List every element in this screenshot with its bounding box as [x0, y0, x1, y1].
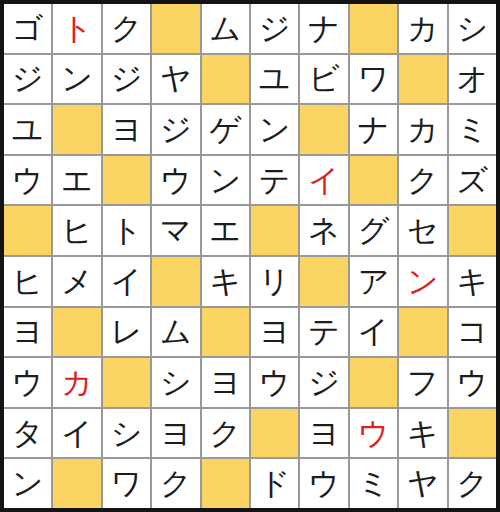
cell-r9c4[interactable]: ヨ	[152, 409, 199, 458]
cell-r9c5[interactable]: ク	[202, 409, 249, 458]
cell-r2c3[interactable]: ジ	[103, 55, 150, 104]
cell-r8c4[interactable]: シ	[152, 358, 199, 407]
cell-r4c1[interactable]: ウ	[4, 156, 51, 205]
cell-r4c7[interactable]: イ	[300, 156, 347, 205]
highlight-cell-r8c8[interactable]	[350, 358, 397, 407]
cell-r9c2[interactable]: イ	[53, 409, 100, 458]
cell-r3c6[interactable]: ン	[251, 105, 298, 154]
cell-r6c5[interactable]: キ	[202, 257, 249, 306]
cell-r1c9[interactable]: カ	[399, 4, 446, 53]
highlight-cell-r4c3[interactable]	[103, 156, 150, 205]
highlight-cell-r10c2[interactable]	[53, 459, 100, 508]
highlight-cell-r6c4[interactable]	[152, 257, 199, 306]
cell-r10c6[interactable]: ド	[251, 459, 298, 508]
cell-r4c9[interactable]: ク	[399, 156, 446, 205]
cell-r6c10[interactable]: キ	[449, 257, 496, 306]
cell-r6c1[interactable]: ヒ	[4, 257, 51, 306]
cell-r10c9[interactable]: ヤ	[399, 459, 446, 508]
cell-r8c2[interactable]: カ	[53, 358, 100, 407]
highlight-cell-r1c8[interactable]	[350, 4, 397, 53]
cell-r9c7[interactable]: ヨ	[300, 409, 347, 458]
crossword-board: ゴトクムジナカシジンジヤユビワオユヨジゲンナカミウエウンテイクズヒトマエネグセヒ…	[0, 0, 500, 512]
cell-r1c2[interactable]: ト	[53, 4, 100, 53]
highlight-cell-r8c3[interactable]	[103, 358, 150, 407]
cell-r10c8[interactable]: ミ	[350, 459, 397, 508]
highlight-cell-r2c5[interactable]	[202, 55, 249, 104]
cell-r5c3[interactable]: ト	[103, 206, 150, 255]
cell-r3c5[interactable]: ゲ	[202, 105, 249, 154]
highlight-cell-r10c5[interactable]	[202, 459, 249, 508]
cell-r6c9[interactable]: ン	[399, 257, 446, 306]
cell-r9c1[interactable]: タ	[4, 409, 51, 458]
cell-r4c6[interactable]: テ	[251, 156, 298, 205]
cell-r6c3[interactable]: イ	[103, 257, 150, 306]
cell-r8c9[interactable]: フ	[399, 358, 446, 407]
cell-r4c10[interactable]: ズ	[449, 156, 496, 205]
cell-r10c10[interactable]: ク	[449, 459, 496, 508]
cell-r3c9[interactable]: カ	[399, 105, 446, 154]
cell-r1c5[interactable]: ム	[202, 4, 249, 53]
highlight-cell-r7c5[interactable]	[202, 308, 249, 357]
cell-r4c4[interactable]: ウ	[152, 156, 199, 205]
cell-r2c10[interactable]: オ	[449, 55, 496, 104]
cell-r5c4[interactable]: マ	[152, 206, 199, 255]
highlight-cell-r9c6[interactable]	[251, 409, 298, 458]
cell-r3c3[interactable]: ヨ	[103, 105, 150, 154]
cell-r8c1[interactable]: ウ	[4, 358, 51, 407]
cell-r7c8[interactable]: イ	[350, 308, 397, 357]
cell-r10c1[interactable]: ン	[4, 459, 51, 508]
cell-r10c7[interactable]: ウ	[300, 459, 347, 508]
cell-r9c9[interactable]: キ	[399, 409, 446, 458]
cell-r1c10[interactable]: シ	[449, 4, 496, 53]
cell-r6c6[interactable]: リ	[251, 257, 298, 306]
cell-r3c4[interactable]: ジ	[152, 105, 199, 154]
cell-r7c6[interactable]: ヨ	[251, 308, 298, 357]
cell-r2c7[interactable]: ビ	[300, 55, 347, 104]
highlight-cell-r9c10[interactable]	[449, 409, 496, 458]
highlight-cell-r2c9[interactable]	[399, 55, 446, 104]
cell-r8c6[interactable]: ウ	[251, 358, 298, 407]
cell-r2c1[interactable]: ジ	[4, 55, 51, 104]
cell-r2c4[interactable]: ヤ	[152, 55, 199, 104]
crossword-puzzle: ゴトクムジナカシジンジヤユビワオユヨジゲンナカミウエウンテイクズヒトマエネグセヒ…	[0, 0, 500, 512]
highlight-cell-r5c6[interactable]	[251, 206, 298, 255]
highlight-cell-r4c8[interactable]	[350, 156, 397, 205]
cell-r3c1[interactable]: ユ	[4, 105, 51, 154]
cell-r1c3[interactable]: ク	[103, 4, 150, 53]
cell-r3c10[interactable]: ミ	[449, 105, 496, 154]
cell-r1c7[interactable]: ナ	[300, 4, 347, 53]
highlight-cell-r6c7[interactable]	[300, 257, 347, 306]
cell-r2c8[interactable]: ワ	[350, 55, 397, 104]
highlight-cell-r7c9[interactable]	[399, 308, 446, 357]
cell-r5c7[interactable]: ネ	[300, 206, 347, 255]
cell-r2c2[interactable]: ン	[53, 55, 100, 104]
cell-r2c6[interactable]: ユ	[251, 55, 298, 104]
highlight-cell-r5c1[interactable]	[4, 206, 51, 255]
cell-r7c3[interactable]: レ	[103, 308, 150, 357]
cell-r9c3[interactable]: シ	[103, 409, 150, 458]
highlight-cell-r5c10[interactable]	[449, 206, 496, 255]
cell-r8c5[interactable]: ヨ	[202, 358, 249, 407]
highlight-cell-r3c7[interactable]	[300, 105, 347, 154]
cell-r4c5[interactable]: ン	[202, 156, 249, 205]
cell-r3c8[interactable]: ナ	[350, 105, 397, 154]
cell-r1c6[interactable]: ジ	[251, 4, 298, 53]
cell-r8c10[interactable]: ウ	[449, 358, 496, 407]
cell-r5c9[interactable]: セ	[399, 206, 446, 255]
cell-r5c2[interactable]: ヒ	[53, 206, 100, 255]
highlight-cell-r7c2[interactable]	[53, 308, 100, 357]
cell-r4c2[interactable]: エ	[53, 156, 100, 205]
cell-r1c1[interactable]: ゴ	[4, 4, 51, 53]
cell-r7c7[interactable]: テ	[300, 308, 347, 357]
cell-r7c4[interactable]: ム	[152, 308, 199, 357]
cell-r10c4[interactable]: ク	[152, 459, 199, 508]
highlight-cell-r3c2[interactable]	[53, 105, 100, 154]
cell-r10c3[interactable]: ワ	[103, 459, 150, 508]
highlight-cell-r1c4[interactable]	[152, 4, 199, 53]
cell-r6c8[interactable]: ア	[350, 257, 397, 306]
cell-r7c10[interactable]: コ	[449, 308, 496, 357]
cell-r6c2[interactable]: メ	[53, 257, 100, 306]
cell-r7c1[interactable]: ヨ	[4, 308, 51, 357]
cell-r5c8[interactable]: グ	[350, 206, 397, 255]
cell-r9c8[interactable]: ウ	[350, 409, 397, 458]
cell-r5c5[interactable]: エ	[202, 206, 249, 255]
cell-r8c7[interactable]: ジ	[300, 358, 347, 407]
